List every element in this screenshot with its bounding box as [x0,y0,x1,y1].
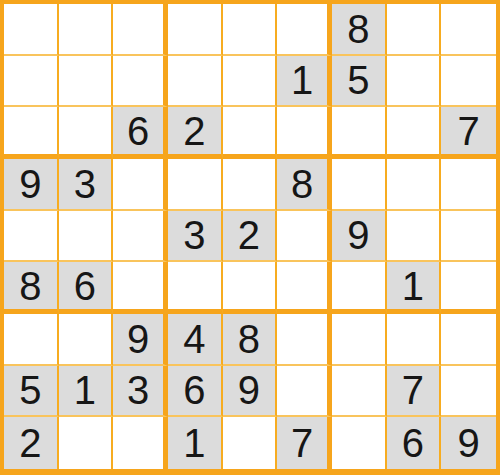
cell-r1c2[interactable] [59,4,114,56]
cell-r7c4: 4 [168,314,223,366]
cell-r2c4[interactable] [168,56,223,108]
cell-r3c5[interactable] [223,107,278,159]
cell-r3c3: 6 [113,107,168,159]
cell-r2c6: 1 [277,56,332,108]
cell-r2c2[interactable] [59,56,114,108]
cell-r2c1[interactable] [4,56,59,108]
cell-r4c2: 3 [59,159,114,211]
sudoku-board: 81562793832986194851369721769 [0,0,500,475]
cell-r3c2[interactable] [59,107,114,159]
cell-r3c1[interactable] [4,107,59,159]
cell-r2c5[interactable] [223,56,278,108]
cell-r1c1[interactable] [4,4,59,56]
cell-r1c6[interactable] [277,4,332,56]
cell-r1c9[interactable] [441,4,496,56]
cell-r5c6[interactable] [277,211,332,263]
cell-r1c5[interactable] [223,4,278,56]
cell-r8c1: 5 [4,366,59,418]
cell-r5c4: 3 [168,211,223,263]
cell-r4c5[interactable] [223,159,278,211]
cell-r3c6[interactable] [277,107,332,159]
cell-r9c9: 9 [441,417,496,469]
cell-r5c1[interactable] [4,211,59,263]
cell-r8c4: 6 [168,366,223,418]
cell-r5c9[interactable] [441,211,496,263]
cell-r6c3[interactable] [113,262,168,314]
cell-r6c8: 1 [387,262,442,314]
cell-r3c4: 2 [168,107,223,159]
cell-r6c6[interactable] [277,262,332,314]
cell-r1c3[interactable] [113,4,168,56]
cell-r9c1: 2 [4,417,59,469]
cell-r7c3: 9 [113,314,168,366]
cell-r9c3[interactable] [113,417,168,469]
cell-r8c6[interactable] [277,366,332,418]
cell-r5c3[interactable] [113,211,168,263]
cell-r6c9[interactable] [441,262,496,314]
cell-r4c9[interactable] [441,159,496,211]
cell-r4c4[interactable] [168,159,223,211]
cell-r7c8[interactable] [387,314,442,366]
cell-r2c7: 5 [332,56,387,108]
cell-r9c5[interactable] [223,417,278,469]
cell-r6c1: 8 [4,262,59,314]
cell-r6c2: 6 [59,262,114,314]
cell-r4c7[interactable] [332,159,387,211]
cell-r9c8: 6 [387,417,442,469]
cell-r3c8[interactable] [387,107,442,159]
cell-r4c6: 8 [277,159,332,211]
cell-r7c9[interactable] [441,314,496,366]
cell-r1c8[interactable] [387,4,442,56]
cell-r3c9: 7 [441,107,496,159]
cell-r8c2: 1 [59,366,114,418]
cell-r6c5[interactable] [223,262,278,314]
cell-r7c6[interactable] [277,314,332,366]
cell-r9c2[interactable] [59,417,114,469]
cell-r1c7: 8 [332,4,387,56]
cell-r8c9[interactable] [441,366,496,418]
cell-r5c8[interactable] [387,211,442,263]
cell-r9c6: 7 [277,417,332,469]
cell-r4c8[interactable] [387,159,442,211]
cell-r7c1[interactable] [4,314,59,366]
cell-r2c9[interactable] [441,56,496,108]
cell-r8c8: 7 [387,366,442,418]
cell-r7c7[interactable] [332,314,387,366]
cell-r7c5: 8 [223,314,278,366]
cell-r8c3: 3 [113,366,168,418]
cell-r8c5: 9 [223,366,278,418]
cell-r1c4[interactable] [168,4,223,56]
cell-r2c3[interactable] [113,56,168,108]
cell-r4c3[interactable] [113,159,168,211]
cell-r9c7[interactable] [332,417,387,469]
cell-r4c1: 9 [4,159,59,211]
cell-r8c7[interactable] [332,366,387,418]
cell-r3c7[interactable] [332,107,387,159]
cell-r9c4: 1 [168,417,223,469]
cell-r6c4[interactable] [168,262,223,314]
cell-r5c7: 9 [332,211,387,263]
cell-r2c8[interactable] [387,56,442,108]
cell-r6c7[interactable] [332,262,387,314]
cell-r5c5: 2 [223,211,278,263]
cell-r7c2[interactable] [59,314,114,366]
cell-r5c2[interactable] [59,211,114,263]
